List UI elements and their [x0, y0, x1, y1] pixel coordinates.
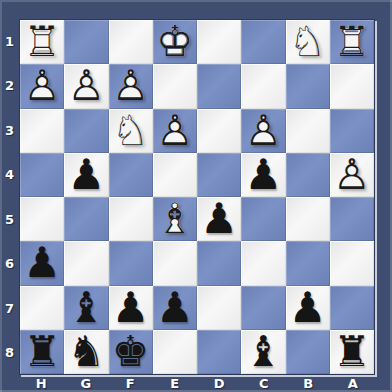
- white-rook: ♜♖: [330, 20, 374, 64]
- square-b7[interactable]: ♟: [286, 286, 330, 330]
- black-pawn: ♟: [241, 153, 285, 197]
- white-king: ♚♔: [153, 20, 197, 64]
- chess-board: ♜♖♚♔♞♘♜♖♟♙♟♙♟♙♞♘♟♙♟♙♟♟♟♙♝♗♟♟♝♟♟♟♜♞♚♝♜: [19, 19, 375, 375]
- square-a6[interactable]: [330, 241, 374, 285]
- black-bishop: ♝: [64, 286, 108, 330]
- file-label-b: B: [286, 375, 331, 391]
- square-h2[interactable]: ♟♙: [20, 64, 64, 108]
- white-pawn: ♟♙: [241, 109, 285, 153]
- black-rook: ♜: [20, 330, 64, 374]
- square-a5[interactable]: [330, 197, 374, 241]
- square-e4[interactable]: [153, 153, 197, 197]
- square-b5[interactable]: [286, 197, 330, 241]
- white-knight: ♞♘: [109, 109, 153, 153]
- file-label-d: D: [197, 375, 242, 391]
- file-label-h: H: [19, 375, 64, 391]
- white-knight: ♞♘: [286, 20, 330, 64]
- square-g7[interactable]: ♝: [64, 286, 108, 330]
- black-pawn: ♟: [20, 241, 64, 285]
- black-knight: ♞: [64, 330, 108, 374]
- black-pawn: ♟: [153, 286, 197, 330]
- square-a3[interactable]: [330, 109, 374, 153]
- square-b2[interactable]: [286, 64, 330, 108]
- square-d3[interactable]: [197, 109, 241, 153]
- square-e8[interactable]: [153, 330, 197, 374]
- square-a8[interactable]: ♜: [330, 330, 374, 374]
- rank-label-2: 2: [0, 64, 19, 109]
- square-g3[interactable]: [64, 109, 108, 153]
- square-d8[interactable]: [197, 330, 241, 374]
- square-d7[interactable]: [197, 286, 241, 330]
- square-d1[interactable]: [197, 20, 241, 64]
- black-bishop: ♝: [241, 330, 285, 374]
- rank-label-8: 8: [0, 331, 19, 376]
- square-b8[interactable]: [286, 330, 330, 374]
- square-c6[interactable]: [241, 241, 285, 285]
- square-g4[interactable]: ♟: [64, 153, 108, 197]
- square-g5[interactable]: [64, 197, 108, 241]
- square-a2[interactable]: [330, 64, 374, 108]
- white-pawn: ♟♙: [330, 153, 374, 197]
- black-king: ♚: [109, 330, 153, 374]
- square-f5[interactable]: [109, 197, 153, 241]
- rank-label-4: 4: [0, 153, 19, 198]
- square-f7[interactable]: ♟: [109, 286, 153, 330]
- square-e5[interactable]: ♝♗: [153, 197, 197, 241]
- square-f3[interactable]: ♞♘: [109, 109, 153, 153]
- square-e6[interactable]: [153, 241, 197, 285]
- square-g8[interactable]: ♞: [64, 330, 108, 374]
- square-h4[interactable]: [20, 153, 64, 197]
- black-pawn: ♟: [64, 153, 108, 197]
- square-b3[interactable]: [286, 109, 330, 153]
- square-b1[interactable]: ♞♘: [286, 20, 330, 64]
- file-label-c: C: [242, 375, 287, 391]
- rank-label-3: 3: [0, 108, 19, 153]
- square-c7[interactable]: [241, 286, 285, 330]
- file-label-e: E: [153, 375, 198, 391]
- white-pawn: ♟♙: [109, 64, 153, 108]
- black-rook: ♜: [330, 330, 374, 374]
- rank-label-1: 1: [0, 19, 19, 64]
- file-label-a: A: [331, 375, 376, 391]
- square-h8[interactable]: ♜: [20, 330, 64, 374]
- white-pawn: ♟♙: [153, 109, 197, 153]
- square-b4[interactable]: [286, 153, 330, 197]
- square-e2[interactable]: [153, 64, 197, 108]
- square-c4[interactable]: ♟: [241, 153, 285, 197]
- rank-label-7: 7: [0, 286, 19, 331]
- square-a4[interactable]: ♟♙: [330, 153, 374, 197]
- square-d6[interactable]: [197, 241, 241, 285]
- square-a7[interactable]: [330, 286, 374, 330]
- square-h5[interactable]: [20, 197, 64, 241]
- square-g6[interactable]: [64, 241, 108, 285]
- white-pawn: ♟♙: [64, 64, 108, 108]
- square-c1[interactable]: [241, 20, 285, 64]
- black-pawn: ♟: [286, 286, 330, 330]
- square-g1[interactable]: [64, 20, 108, 64]
- white-pawn: ♟♙: [20, 64, 64, 108]
- file-label-f: F: [108, 375, 153, 391]
- white-bishop: ♝♗: [153, 197, 197, 241]
- square-e3[interactable]: ♟♙: [153, 109, 197, 153]
- file-label-g: G: [64, 375, 109, 391]
- square-e7[interactable]: ♟: [153, 286, 197, 330]
- square-d5[interactable]: ♟: [197, 197, 241, 241]
- square-h3[interactable]: [20, 109, 64, 153]
- square-h6[interactable]: ♟: [20, 241, 64, 285]
- square-b6[interactable]: [286, 241, 330, 285]
- rank-label-6: 6: [0, 242, 19, 287]
- square-e1[interactable]: ♚♔: [153, 20, 197, 64]
- square-h1[interactable]: ♜♖: [20, 20, 64, 64]
- chess-board-frame: ♜♖♚♔♞♘♜♖♟♙♟♙♟♙♞♘♟♙♟♙♟♟♟♙♝♗♟♟♝♟♟♟♜♞♚♝♜ 12…: [0, 0, 392, 392]
- square-f2[interactable]: ♟♙: [109, 64, 153, 108]
- square-c2[interactable]: [241, 64, 285, 108]
- square-f4[interactable]: [109, 153, 153, 197]
- square-g2[interactable]: ♟♙: [64, 64, 108, 108]
- square-c8[interactable]: ♝: [241, 330, 285, 374]
- black-pawn: ♟: [197, 197, 241, 241]
- square-c3[interactable]: ♟♙: [241, 109, 285, 153]
- white-rook: ♜♖: [20, 20, 64, 64]
- rank-label-5: 5: [0, 197, 19, 242]
- square-f6[interactable]: [109, 241, 153, 285]
- square-f1[interactable]: [109, 20, 153, 64]
- square-d4[interactable]: [197, 153, 241, 197]
- square-a1[interactable]: ♜♖: [330, 20, 374, 64]
- square-d2[interactable]: [197, 64, 241, 108]
- black-pawn: ♟: [109, 286, 153, 330]
- square-h7[interactable]: [20, 286, 64, 330]
- square-f8[interactable]: ♚: [109, 330, 153, 374]
- square-c5[interactable]: [241, 197, 285, 241]
